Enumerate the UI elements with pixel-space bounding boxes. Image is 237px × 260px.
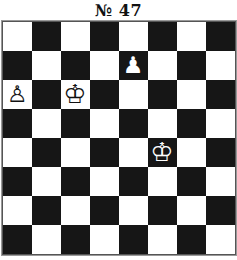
square-d8[interactable] (90, 22, 119, 51)
square-g1[interactable] (177, 225, 206, 254)
square-h1[interactable] (206, 225, 235, 254)
square-e1[interactable] (119, 225, 148, 254)
square-g6[interactable] (177, 80, 206, 109)
square-c5[interactable] (61, 109, 90, 138)
square-d2[interactable] (90, 196, 119, 225)
square-g5[interactable] (177, 109, 206, 138)
square-f8[interactable] (148, 22, 177, 51)
square-h2[interactable] (206, 196, 235, 225)
square-h4[interactable] (206, 138, 235, 167)
square-e6[interactable] (119, 80, 148, 109)
white-pawn-e7[interactable]: ♟ (119, 51, 148, 80)
square-b2[interactable] (32, 196, 61, 225)
square-f5[interactable] (148, 109, 177, 138)
square-g2[interactable] (177, 196, 206, 225)
square-g4[interactable] (177, 138, 206, 167)
square-a8[interactable] (3, 22, 32, 51)
square-d1[interactable] (90, 225, 119, 254)
square-c1[interactable] (61, 225, 90, 254)
square-e5[interactable] (119, 109, 148, 138)
square-h5[interactable] (206, 109, 235, 138)
square-a7[interactable] (3, 51, 32, 80)
square-d3[interactable] (90, 167, 119, 196)
square-c8[interactable] (61, 22, 90, 51)
square-b4[interactable] (32, 138, 61, 167)
square-e4[interactable] (119, 138, 148, 167)
black-king-f4[interactable]: ♔ (148, 138, 177, 167)
square-a3[interactable] (3, 167, 32, 196)
square-f2[interactable] (148, 196, 177, 225)
square-e2[interactable] (119, 196, 148, 225)
square-c4[interactable] (61, 138, 90, 167)
square-h8[interactable] (206, 22, 235, 51)
square-f3[interactable] (148, 167, 177, 196)
square-f6[interactable] (148, 80, 177, 109)
square-d4[interactable] (90, 138, 119, 167)
square-e7[interactable]: ♟ (119, 51, 148, 80)
square-b6[interactable] (32, 80, 61, 109)
square-e8[interactable] (119, 22, 148, 51)
square-c2[interactable] (61, 196, 90, 225)
square-h6[interactable] (206, 80, 235, 109)
square-c3[interactable] (61, 167, 90, 196)
square-b7[interactable] (32, 51, 61, 80)
square-h7[interactable] (206, 51, 235, 80)
square-g8[interactable] (177, 22, 206, 51)
square-f1[interactable] (148, 225, 177, 254)
chess-board: ♟♙♔♔ (2, 21, 236, 255)
square-d6[interactable] (90, 80, 119, 109)
white-king-c6[interactable]: ♔ (61, 80, 90, 109)
square-b1[interactable] (32, 225, 61, 254)
square-e3[interactable] (119, 167, 148, 196)
square-d5[interactable] (90, 109, 119, 138)
chess-diagram: № 47 ♟♙♔♔ (0, 0, 237, 260)
square-g3[interactable] (177, 167, 206, 196)
square-a4[interactable] (3, 138, 32, 167)
square-a2[interactable] (3, 196, 32, 225)
square-a5[interactable] (3, 109, 32, 138)
square-a6[interactable]: ♙ (3, 80, 32, 109)
square-c6[interactable]: ♔ (61, 80, 90, 109)
square-f7[interactable] (148, 51, 177, 80)
square-d7[interactable] (90, 51, 119, 80)
square-b5[interactable] (32, 109, 61, 138)
square-b8[interactable] (32, 22, 61, 51)
square-f4[interactable]: ♔ (148, 138, 177, 167)
square-g7[interactable] (177, 51, 206, 80)
square-c7[interactable] (61, 51, 90, 80)
square-a1[interactable] (3, 225, 32, 254)
page-title: № 47 (0, 0, 237, 21)
square-h3[interactable] (206, 167, 235, 196)
white-pawn-a6[interactable]: ♙ (3, 80, 32, 109)
square-b3[interactable] (32, 167, 61, 196)
